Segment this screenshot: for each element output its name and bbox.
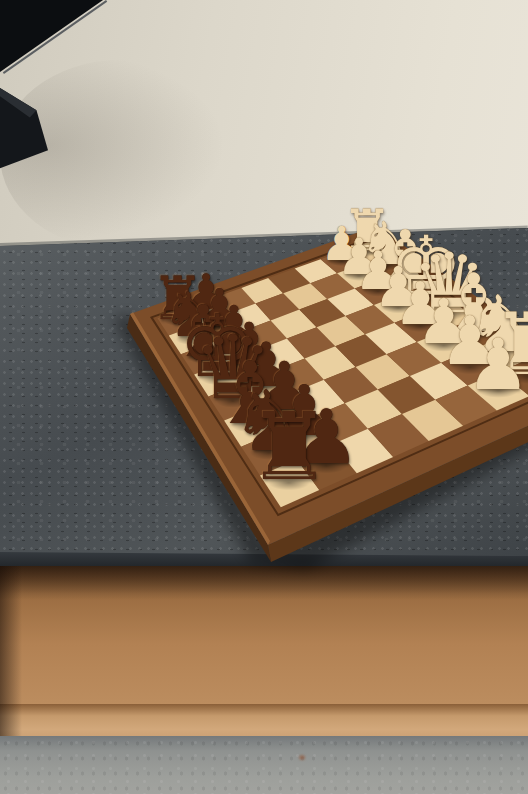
concrete-floor-band xyxy=(0,736,528,794)
rust-stain xyxy=(299,755,305,760)
countertop xyxy=(0,224,528,556)
games-shelf xyxy=(0,566,528,738)
photo-scene: ♜♟♞♟♝♟♚♟♟♛♜♟♟♝♞♟♟♞♝♟♟♜♚♟♟♛♟♝♟♞♟♜ xyxy=(0,0,528,794)
shelf-top-shadow xyxy=(0,566,528,600)
shelf-left-shadow xyxy=(0,566,22,738)
shelf-floor xyxy=(0,704,528,738)
wall-shadow xyxy=(0,60,240,250)
